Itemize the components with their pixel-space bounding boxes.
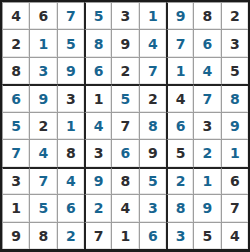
- sudoku-cell[interactable]: 8: [221, 84, 248, 111]
- sudoku-cell[interactable]: 6: [2, 84, 29, 111]
- sudoku-cell[interactable]: 6: [221, 167, 248, 194]
- sudoku-cell[interactable]: 6: [166, 112, 193, 139]
- sudoku-cell[interactable]: 9: [57, 57, 84, 84]
- sudoku-cell[interactable]: 7: [139, 57, 166, 84]
- sudoku-cell[interactable]: 3: [57, 84, 84, 111]
- sudoku-cell[interactable]: 6: [111, 139, 138, 166]
- sudoku-cell[interactable]: 7: [57, 2, 84, 29]
- sudoku-cell[interactable]: 5: [2, 112, 29, 139]
- sudoku-cell[interactable]: 1: [193, 167, 220, 194]
- sudoku-cell[interactable]: 9: [139, 139, 166, 166]
- sudoku-cell[interactable]: 5: [57, 29, 84, 56]
- sudoku-cell[interactable]: 3: [166, 222, 193, 249]
- sudoku-cell[interactable]: 9: [221, 112, 248, 139]
- sudoku-cell[interactable]: 4: [57, 167, 84, 194]
- sudoku-cell[interactable]: 1: [139, 2, 166, 29]
- sudoku-cell[interactable]: 3: [221, 29, 248, 56]
- sudoku-cell[interactable]: 8: [84, 29, 111, 56]
- sudoku-cell[interactable]: 5: [139, 167, 166, 194]
- sudoku-cell[interactable]: 8: [166, 194, 193, 221]
- sudoku-cell[interactable]: 8: [2, 57, 29, 84]
- sudoku-cell[interactable]: 4: [2, 2, 29, 29]
- sudoku-cell[interactable]: 9: [29, 84, 56, 111]
- sudoku-board: 4 6 7 5 3 1 9 8 2 2 1 5 8 9 4 7 6 3 8 3 …: [0, 0, 250, 252]
- sudoku-cell[interactable]: 3: [84, 139, 111, 166]
- sudoku-cell[interactable]: 5: [193, 222, 220, 249]
- sudoku-cell[interactable]: 1: [57, 112, 84, 139]
- sudoku-cell[interactable]: 2: [84, 194, 111, 221]
- sudoku-cell[interactable]: 4: [84, 112, 111, 139]
- sudoku-cell[interactable]: 9: [166, 2, 193, 29]
- sudoku-cell[interactable]: 6: [29, 2, 56, 29]
- sudoku-cell[interactable]: 5: [29, 194, 56, 221]
- sudoku-cell[interactable]: 2: [193, 139, 220, 166]
- sudoku-cell[interactable]: 1: [166, 57, 193, 84]
- sudoku-cell[interactable]: 2: [29, 112, 56, 139]
- sudoku-cell[interactable]: 7: [29, 167, 56, 194]
- sudoku-cell[interactable]: 5: [111, 84, 138, 111]
- sudoku-cell[interactable]: 6: [84, 57, 111, 84]
- sudoku-cell[interactable]: 4: [29, 139, 56, 166]
- sudoku-cell[interactable]: 8: [139, 112, 166, 139]
- sudoku-cell[interactable]: 3: [2, 167, 29, 194]
- sudoku-cell[interactable]: 1: [84, 84, 111, 111]
- sudoku-cell[interactable]: 1: [29, 29, 56, 56]
- sudoku-cell[interactable]: 7: [111, 112, 138, 139]
- sudoku-cell[interactable]: 3: [139, 194, 166, 221]
- sudoku-cell[interactable]: 7: [193, 84, 220, 111]
- sudoku-cell[interactable]: 2: [166, 167, 193, 194]
- sudoku-cell[interactable]: 9: [111, 29, 138, 56]
- sudoku-cell[interactable]: 9: [193, 194, 220, 221]
- sudoku-cell[interactable]: 7: [221, 194, 248, 221]
- sudoku-cell[interactable]: 6: [193, 29, 220, 56]
- sudoku-cell[interactable]: 4: [139, 29, 166, 56]
- sudoku-cell[interactable]: 1: [111, 222, 138, 249]
- sudoku-cell[interactable]: 1: [221, 139, 248, 166]
- sudoku-cell[interactable]: 2: [111, 57, 138, 84]
- sudoku-cell[interactable]: 5: [84, 2, 111, 29]
- sudoku-cell[interactable]: 4: [166, 84, 193, 111]
- sudoku-cell[interactable]: 7: [166, 29, 193, 56]
- sudoku-cell[interactable]: 2: [2, 29, 29, 56]
- sudoku-cell[interactable]: 3: [29, 57, 56, 84]
- sudoku-cell[interactable]: 3: [193, 112, 220, 139]
- sudoku-cell[interactable]: 4: [193, 57, 220, 84]
- sudoku-cell[interactable]: 3: [111, 2, 138, 29]
- sudoku-cell[interactable]: 6: [57, 194, 84, 221]
- sudoku-cell[interactable]: 4: [221, 222, 248, 249]
- sudoku-cell[interactable]: 8: [57, 139, 84, 166]
- sudoku-cell[interactable]: 7: [2, 139, 29, 166]
- sudoku-cell[interactable]: 2: [57, 222, 84, 249]
- sudoku-cell[interactable]: 4: [111, 194, 138, 221]
- sudoku-cell[interactable]: 8: [193, 2, 220, 29]
- sudoku-cell[interactable]: 6: [139, 222, 166, 249]
- sudoku-cell[interactable]: 2: [221, 2, 248, 29]
- sudoku-cell[interactable]: 7: [84, 222, 111, 249]
- sudoku-cell[interactable]: 8: [111, 167, 138, 194]
- sudoku-cell[interactable]: 1: [2, 194, 29, 221]
- sudoku-cell[interactable]: 8: [29, 222, 56, 249]
- sudoku-cell[interactable]: 9: [2, 222, 29, 249]
- sudoku-cell[interactable]: 5: [221, 57, 248, 84]
- sudoku-cell[interactable]: 5: [166, 139, 193, 166]
- sudoku-cell[interactable]: 9: [84, 167, 111, 194]
- sudoku-cell[interactable]: 2: [139, 84, 166, 111]
